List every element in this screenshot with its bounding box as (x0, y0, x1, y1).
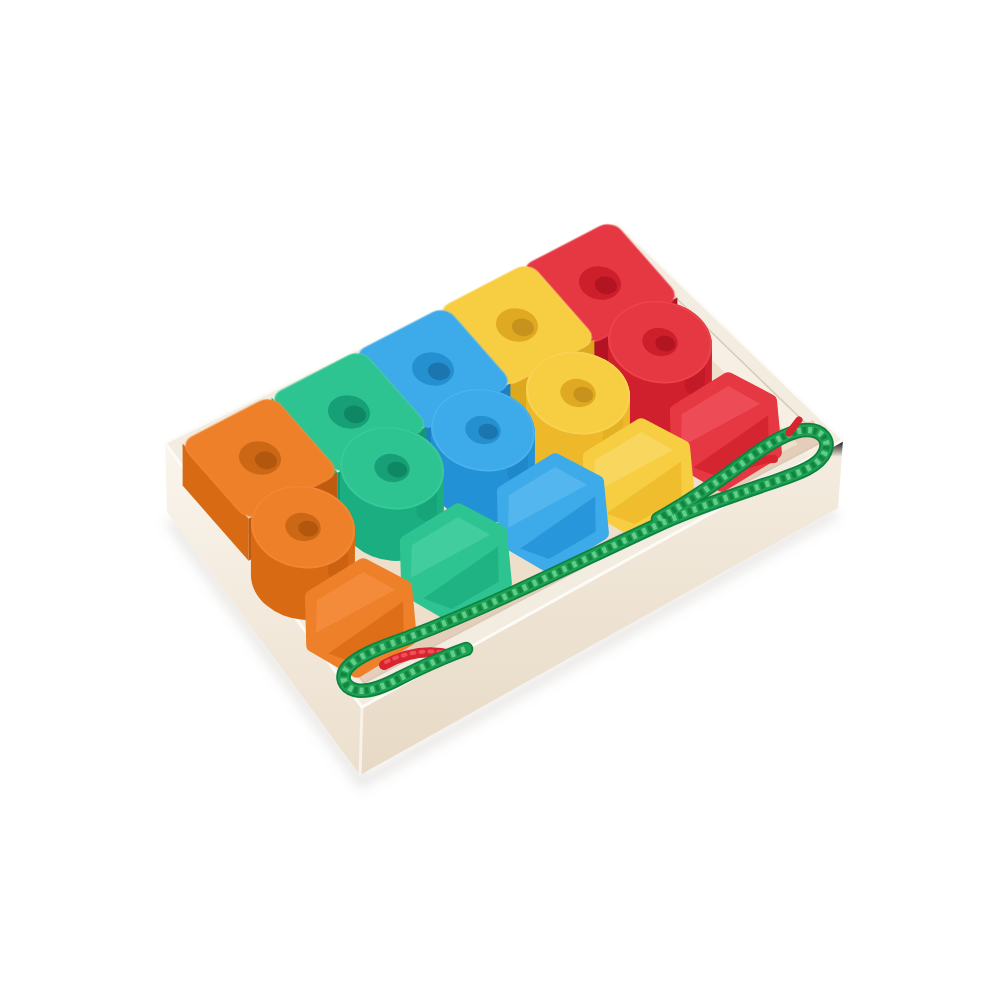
toy-scene (0, 0, 1000, 1000)
tray-corner-edge (360, 707, 362, 775)
product-photo (0, 0, 1000, 1000)
